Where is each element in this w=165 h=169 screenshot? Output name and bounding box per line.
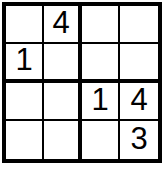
cell-r2c2[interactable] <box>44 44 82 82</box>
cell-r3c1[interactable] <box>6 83 44 121</box>
cell-r4c2[interactable] <box>44 121 82 159</box>
sudoku-grid: 4 1 1 4 3 <box>2 2 162 163</box>
cell-r3c2[interactable] <box>44 83 82 121</box>
cell-r4c4[interactable]: 3 <box>120 121 158 159</box>
cell-r3c3[interactable]: 1 <box>82 83 120 121</box>
cell-r4c3[interactable] <box>82 121 120 159</box>
cell-r2c3[interactable] <box>82 44 120 82</box>
cell-r2c4[interactable] <box>120 44 158 82</box>
cell-r1c4[interactable] <box>120 6 158 44</box>
cell-r1c2[interactable]: 4 <box>44 6 82 44</box>
cell-r1c3[interactable] <box>82 6 120 44</box>
sudoku-page: 4 1 1 4 3 <box>0 0 165 169</box>
cell-r1c1[interactable] <box>6 6 44 44</box>
cell-r3c4[interactable]: 4 <box>120 83 158 121</box>
cell-r2c1[interactable]: 1 <box>6 44 44 82</box>
cell-r4c1[interactable] <box>6 121 44 159</box>
